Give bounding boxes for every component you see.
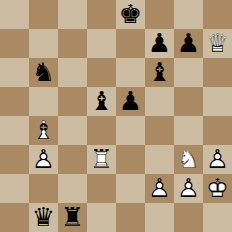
piece-black-knight: ♞ (29, 58, 58, 87)
square-f4[interactable] (145, 116, 174, 145)
square-f2[interactable]: ♟♙ (145, 174, 174, 203)
square-e7[interactable] (116, 29, 145, 58)
square-c4[interactable] (58, 116, 87, 145)
piece-glyph-outline: ♔ (203, 174, 232, 203)
square-h4[interactable] (203, 116, 232, 145)
square-c6[interactable] (58, 58, 87, 87)
square-e6[interactable] (116, 58, 145, 87)
square-b3[interactable]: ♟♙ (29, 145, 58, 174)
piece-glyph-outline: ♙ (145, 174, 174, 203)
square-f1[interactable] (145, 203, 174, 232)
square-g7[interactable]: ♟ (174, 29, 203, 58)
piece-white-queen: ♛♕ (203, 29, 232, 58)
square-d5[interactable]: ♝ (87, 87, 116, 116)
square-a5[interactable] (0, 87, 29, 116)
square-h7[interactable]: ♛♕ (203, 29, 232, 58)
square-c3[interactable] (58, 145, 87, 174)
square-f7[interactable]: ♟ (145, 29, 174, 58)
piece-black-bishop: ♝ (145, 58, 174, 87)
square-b8[interactable] (29, 0, 58, 29)
square-d3[interactable]: ♜♖ (87, 145, 116, 174)
square-h1[interactable] (203, 203, 232, 232)
square-a1[interactable] (0, 203, 29, 232)
square-a7[interactable] (0, 29, 29, 58)
piece-white-knight: ♞♘ (174, 145, 203, 174)
square-f8[interactable] (145, 0, 174, 29)
square-f3[interactable] (145, 145, 174, 174)
square-a8[interactable] (0, 0, 29, 29)
square-c5[interactable] (58, 87, 87, 116)
piece-black-bishop: ♝ (87, 87, 116, 116)
piece-black-queen: ♛ (29, 203, 58, 232)
square-g8[interactable] (174, 0, 203, 29)
piece-glyph-outline: ♕ (203, 29, 232, 58)
piece-glyph-outline: ♙ (174, 174, 203, 203)
piece-black-pawn: ♟ (145, 29, 174, 58)
square-e4[interactable] (116, 116, 145, 145)
square-e3[interactable] (116, 145, 145, 174)
square-f5[interactable] (145, 87, 174, 116)
square-a4[interactable] (0, 116, 29, 145)
square-g3[interactable]: ♞♘ (174, 145, 203, 174)
square-h2[interactable]: ♚♔ (203, 174, 232, 203)
square-h5[interactable] (203, 87, 232, 116)
piece-glyph-outline: ♘ (174, 145, 203, 174)
piece-white-rook: ♜♖ (87, 145, 116, 174)
square-d4[interactable] (87, 116, 116, 145)
square-c7[interactable] (58, 29, 87, 58)
piece-glyph-outline: ♙ (203, 145, 232, 174)
piece-black-pawn: ♟ (174, 29, 203, 58)
square-g5[interactable] (174, 87, 203, 116)
piece-glyph-outline: ♙ (29, 145, 58, 174)
piece-white-pawn: ♟♙ (203, 145, 232, 174)
square-e5[interactable]: ♟ (116, 87, 145, 116)
square-b7[interactable] (29, 29, 58, 58)
square-a6[interactable] (0, 58, 29, 87)
square-e1[interactable] (116, 203, 145, 232)
square-d8[interactable] (87, 0, 116, 29)
square-g4[interactable] (174, 116, 203, 145)
square-h8[interactable] (203, 0, 232, 29)
square-g2[interactable]: ♟♙ (174, 174, 203, 203)
square-c2[interactable] (58, 174, 87, 203)
square-b6[interactable]: ♞ (29, 58, 58, 87)
piece-black-rook: ♜ (58, 203, 87, 232)
square-b1[interactable]: ♛ (29, 203, 58, 232)
piece-white-pawn: ♟♙ (145, 174, 174, 203)
square-b5[interactable] (29, 87, 58, 116)
piece-black-pawn: ♟ (116, 87, 145, 116)
square-g1[interactable] (174, 203, 203, 232)
piece-white-pawn: ♟♙ (29, 145, 58, 174)
piece-white-pawn: ♟♙ (174, 174, 203, 203)
square-d1[interactable] (87, 203, 116, 232)
piece-white-king: ♚♔ (203, 174, 232, 203)
square-f6[interactable]: ♝ (145, 58, 174, 87)
chess-board: ♚♟♟♛♕♞♝♝♟♝♗♟♙♜♖♞♘♟♙♟♙♟♙♚♔♛♜ (0, 0, 232, 232)
square-d2[interactable] (87, 174, 116, 203)
square-c8[interactable] (58, 0, 87, 29)
square-d6[interactable] (87, 58, 116, 87)
square-b2[interactable] (29, 174, 58, 203)
square-c1[interactable]: ♜ (58, 203, 87, 232)
piece-black-king: ♚ (116, 0, 145, 29)
piece-glyph-outline: ♗ (29, 116, 58, 145)
piece-white-bishop: ♝♗ (29, 116, 58, 145)
square-d7[interactable] (87, 29, 116, 58)
square-a2[interactable] (0, 174, 29, 203)
square-h3[interactable]: ♟♙ (203, 145, 232, 174)
square-e8[interactable]: ♚ (116, 0, 145, 29)
piece-glyph-outline: ♖ (87, 145, 116, 174)
square-h6[interactable] (203, 58, 232, 87)
square-a3[interactable] (0, 145, 29, 174)
square-b4[interactable]: ♝♗ (29, 116, 58, 145)
square-e2[interactable] (116, 174, 145, 203)
square-g6[interactable] (174, 58, 203, 87)
